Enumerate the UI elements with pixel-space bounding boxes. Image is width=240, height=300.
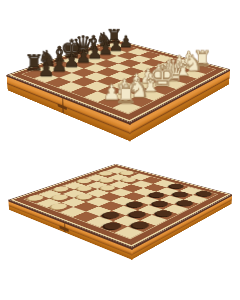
checkers-board: ●●●●●●●●●●●●●●●●●●●●●●●● [9, 164, 232, 247]
square-h1: ♜ [113, 101, 141, 113]
square-a1: ● [193, 191, 216, 199]
product-photo: ♜♟♟♜♞♟♟♞♝♟♟♝♛♟♟♛♚♟♟♚♝♟♟♝♞♟♟♞♜♟♟♜ ●●●●●●●… [0, 0, 240, 300]
chess-board-surface: ♜♟♟♜♞♟♟♞♝♟♟♝♛♟♟♛♚♟♟♚♝♟♟♝♞♟♟♞♜♟♟♜ [7, 39, 230, 122]
checker-dark-man: ● [193, 189, 216, 197]
checkers-board-surface: ●●●●●●●●●●●●●●●●●●●●●●●● [9, 164, 232, 247]
square-h7: ♟ [34, 74, 59, 83]
chess-board: ♜♟♟♜♞♟♟♞♝♟♟♝♛♟♟♛♚♟♟♚♝♟♟♝♞♟♟♞♜♟♟♜ [7, 39, 230, 122]
checker-dark-man: ● [149, 199, 174, 208]
piece-white-rook: ♜ [105, 83, 147, 108]
piece-black-pawn: ♟ [28, 61, 64, 79]
chess-board-box: ♜♟♟♜♞♟♟♞♝♟♟♝♛♟♟♛♚♟♟♚♝♟♟♝♞♟♟♞♜♟♟♜ [7, 39, 230, 122]
checkers-board-box: ●●●●●●●●●●●●●●●●●●●●●●●● [9, 164, 232, 247]
